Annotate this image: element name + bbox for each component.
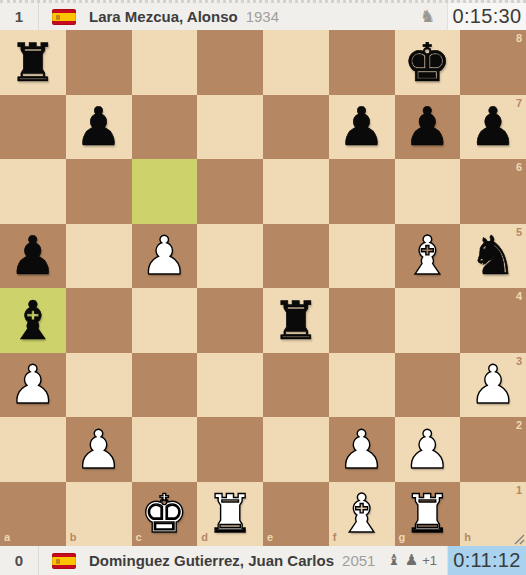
- square-h4[interactable]: 4: [460, 288, 526, 353]
- square-b7[interactable]: ♟: [66, 95, 132, 160]
- rank-label-4: 4: [516, 291, 522, 302]
- file-label-h: h: [464, 532, 471, 543]
- square-a7[interactable]: [0, 95, 66, 160]
- square-f3[interactable]: [329, 353, 395, 418]
- square-d5[interactable]: [197, 224, 263, 289]
- square-g8[interactable]: ♚: [395, 30, 461, 95]
- square-a2[interactable]: [0, 417, 66, 482]
- square-e2[interactable]: [263, 417, 329, 482]
- square-c7[interactable]: [132, 95, 198, 160]
- piece-black-rook[interactable]: ♜: [263, 288, 329, 353]
- square-b5[interactable]: [66, 224, 132, 289]
- spain-flag-icon: [52, 9, 76, 25]
- rank-label-8: 8: [516, 33, 522, 44]
- square-c3[interactable]: [132, 353, 198, 418]
- square-h6[interactable]: 6: [460, 159, 526, 224]
- square-e6[interactable]: [263, 159, 329, 224]
- piece-white-pawn[interactable]: ♟: [66, 417, 132, 482]
- bottom-player-name[interactable]: Dominguez Gutierrez, Juan Carlos: [89, 552, 334, 569]
- piece-white-bishop[interactable]: ♝: [395, 224, 461, 289]
- square-h1[interactable]: 1h: [460, 482, 526, 547]
- square-c5[interactable]: ♟: [132, 224, 198, 289]
- square-e5[interactable]: [263, 224, 329, 289]
- square-b1[interactable]: b: [66, 482, 132, 547]
- board-resize-handle[interactable]: [512, 532, 525, 545]
- square-h5[interactable]: ♞5: [460, 224, 526, 289]
- square-d6[interactable]: [197, 159, 263, 224]
- square-a1[interactable]: a: [0, 482, 66, 547]
- bishop-icon: ♝: [387, 553, 400, 568]
- piece-black-king[interactable]: ♚: [395, 30, 461, 95]
- material-advantage: ♝♟+1: [387, 553, 437, 568]
- square-e3[interactable]: [263, 353, 329, 418]
- piece-black-knight[interactable]: ♞: [460, 224, 526, 289]
- piece-white-pawn[interactable]: ♟: [329, 417, 395, 482]
- piece-black-pawn[interactable]: ♟: [460, 95, 526, 160]
- file-label-a: a: [4, 532, 10, 543]
- square-d8[interactable]: [197, 30, 263, 95]
- spain-flag-icon: [52, 553, 76, 569]
- piece-black-rook[interactable]: ♜: [0, 30, 66, 95]
- square-a4[interactable]: ♝: [0, 288, 66, 353]
- top-player-clock: 0:15:30: [447, 3, 526, 30]
- square-b6[interactable]: [66, 159, 132, 224]
- square-g2[interactable]: ♟: [395, 417, 461, 482]
- top-player-rating: 1934: [246, 8, 279, 25]
- square-a8[interactable]: ♜: [0, 30, 66, 95]
- square-d7[interactable]: [197, 95, 263, 160]
- rank-label-6: 6: [516, 162, 522, 173]
- knight-icon: ♞: [420, 8, 435, 25]
- piece-black-pawn[interactable]: ♟: [66, 95, 132, 160]
- square-e1[interactable]: e: [263, 482, 329, 547]
- bottom-player-bar: 0 Dominguez Gutierrez, Juan Carlos 2051 …: [0, 546, 526, 575]
- square-e7[interactable]: [263, 95, 329, 160]
- square-f6[interactable]: [329, 159, 395, 224]
- square-h7[interactable]: ♟7: [460, 95, 526, 160]
- square-a3[interactable]: ♟: [0, 353, 66, 418]
- square-g1[interactable]: ♜g: [395, 482, 461, 547]
- square-f2[interactable]: ♟: [329, 417, 395, 482]
- square-b3[interactable]: [66, 353, 132, 418]
- chess-board[interactable]: ♜♚8♟♟♟♟76♟♟♝♞5♝♜4♟♟3♟♟♟2ab♚c♜de♝f♜g1h: [0, 30, 526, 546]
- piece-white-pawn[interactable]: ♟: [460, 353, 526, 418]
- square-f8[interactable]: [329, 30, 395, 95]
- square-b8[interactable]: [66, 30, 132, 95]
- pawn-icon: ♟: [405, 553, 418, 568]
- square-d1[interactable]: ♜d: [197, 482, 263, 547]
- square-a5[interactable]: ♟: [0, 224, 66, 289]
- rank-label-2: 2: [516, 420, 522, 431]
- square-d3[interactable]: [197, 353, 263, 418]
- rank-label-1: 1: [516, 485, 522, 496]
- square-d4[interactable]: [197, 288, 263, 353]
- piece-white-pawn[interactable]: ♟: [395, 417, 461, 482]
- square-f7[interactable]: ♟: [329, 95, 395, 160]
- square-a6[interactable]: [0, 159, 66, 224]
- square-c8[interactable]: [132, 30, 198, 95]
- square-c6[interactable]: [132, 159, 198, 224]
- square-d2[interactable]: [197, 417, 263, 482]
- square-h2[interactable]: 2: [460, 417, 526, 482]
- square-e4[interactable]: ♜: [263, 288, 329, 353]
- square-g6[interactable]: [395, 159, 461, 224]
- file-label-b: b: [70, 532, 77, 543]
- piece-black-pawn[interactable]: ♟: [395, 95, 461, 160]
- square-b2[interactable]: ♟: [66, 417, 132, 482]
- square-c1[interactable]: ♚c: [132, 482, 198, 547]
- top-player-bar: 1 Lara Mezcua, Alonso 1934 ♞ 0:15:30: [0, 0, 526, 30]
- piece-black-pawn[interactable]: ♟: [329, 95, 395, 160]
- piece-black-pawn[interactable]: ♟: [0, 224, 66, 289]
- piece-black-bishop[interactable]: ♝: [0, 288, 66, 353]
- piece-white-pawn[interactable]: ♟: [0, 353, 66, 418]
- piece-white-rook[interactable]: ♜: [197, 482, 263, 547]
- square-f1[interactable]: ♝f: [329, 482, 395, 547]
- piece-white-king[interactable]: ♚: [132, 482, 198, 547]
- square-h3[interactable]: ♟3: [460, 353, 526, 418]
- square-g4[interactable]: [395, 288, 461, 353]
- square-h8[interactable]: 8: [460, 30, 526, 95]
- top-player-name[interactable]: Lara Mezcua, Alonso: [89, 8, 238, 25]
- file-label-e: e: [267, 532, 273, 543]
- square-g5[interactable]: ♝: [395, 224, 461, 289]
- bottom-player-clock: 0:11:12: [447, 546, 526, 575]
- material-score: +1: [422, 553, 437, 568]
- bottom-player-rating: 2051: [342, 552, 375, 569]
- square-e8[interactable]: [263, 30, 329, 95]
- square-g3[interactable]: [395, 353, 461, 418]
- square-b4[interactable]: [66, 288, 132, 353]
- square-c2[interactable]: [132, 417, 198, 482]
- top-player-score: 1: [0, 3, 39, 30]
- square-c4[interactable]: [132, 288, 198, 353]
- piece-white-pawn[interactable]: ♟: [132, 224, 198, 289]
- piece-white-rook[interactable]: ♜: [395, 482, 461, 547]
- square-g7[interactable]: ♟: [395, 95, 461, 160]
- piece-white-bishop[interactable]: ♝: [329, 482, 395, 547]
- broadcast-game-panel: 1 Lara Mezcua, Alonso 1934 ♞ 0:15:30 ♜♚8…: [0, 0, 526, 575]
- square-f5[interactable]: [329, 224, 395, 289]
- bottom-player-score: 0: [0, 546, 39, 575]
- square-f4[interactable]: [329, 288, 395, 353]
